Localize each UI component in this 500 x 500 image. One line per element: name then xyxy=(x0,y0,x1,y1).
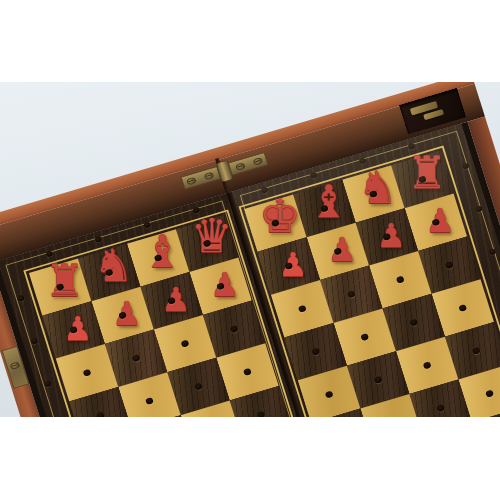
margin-peg-hole xyxy=(17,295,25,302)
screw-icon xyxy=(253,157,264,166)
photo-canvas: ♜♞♝♛♟♟♟♟ ♚♝♞♜♟♟♟♟ xyxy=(0,0,500,500)
margin-peg-hole xyxy=(44,380,52,387)
margin-peg-hole xyxy=(489,248,497,255)
screw-icon xyxy=(204,172,215,181)
screw-icon xyxy=(10,361,21,370)
photo-area: ♜♞♝♛♟♟♟♟ ♚♝♞♜♟♟♟♟ xyxy=(0,82,500,417)
white-matte-top xyxy=(0,0,500,82)
margin-peg-hole xyxy=(462,163,470,170)
mahogany-box: ♜♞♝♛♟♟♟♟ ♚♝♞♜♟♟♟♟ xyxy=(0,82,500,417)
margin-peg-hole xyxy=(31,338,39,345)
screw-icon xyxy=(186,177,197,186)
screw-icon xyxy=(235,162,246,171)
white-matte-bottom xyxy=(0,417,500,500)
margin-peg-hole xyxy=(475,205,483,212)
